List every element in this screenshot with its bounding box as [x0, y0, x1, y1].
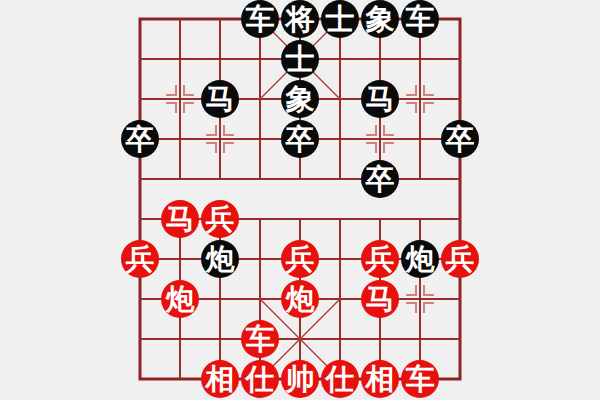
piece-red-elephant[interactable]: 相 [361, 360, 399, 398]
piece-red-rook[interactable]: 车 [241, 320, 279, 358]
piece-red-pawn[interactable]: 兵 [201, 200, 239, 238]
piece-black-rook[interactable]: 车 [241, 0, 279, 38]
piece-black-pawn[interactable]: 卒 [361, 160, 399, 198]
piece-black-elephant[interactable]: 象 [361, 0, 399, 38]
piece-red-rook[interactable]: 车 [401, 360, 439, 398]
piece-red-advisor[interactable]: 仕 [321, 360, 359, 398]
xiangqi-board: 车将士象车士马象马卒卒卒卒炮炮马兵兵兵兵兵炮炮马车相仕帅仕相车 [0, 0, 600, 400]
piece-black-king[interactable]: 将 [281, 0, 319, 38]
piece-red-pawn[interactable]: 兵 [281, 240, 319, 278]
piece-black-horse[interactable]: 马 [361, 80, 399, 118]
piece-red-pawn[interactable]: 兵 [441, 240, 479, 278]
piece-red-pawn[interactable]: 兵 [121, 240, 159, 278]
piece-red-cannon[interactable]: 炮 [161, 280, 199, 318]
piece-black-advisor[interactable]: 士 [281, 40, 319, 78]
piece-red-horse[interactable]: 马 [361, 280, 399, 318]
piece-red-elephant[interactable]: 相 [201, 360, 239, 398]
piece-red-advisor[interactable]: 仕 [241, 360, 279, 398]
piece-black-pawn[interactable]: 卒 [441, 120, 479, 158]
piece-red-king[interactable]: 帅 [281, 360, 319, 398]
piece-red-horse[interactable]: 马 [161, 200, 199, 238]
piece-red-pawn[interactable]: 兵 [361, 240, 399, 278]
piece-black-elephant[interactable]: 象 [281, 80, 319, 118]
piece-black-advisor[interactable]: 士 [321, 0, 359, 38]
piece-black-horse[interactable]: 马 [201, 80, 239, 118]
piece-black-pawn[interactable]: 卒 [281, 120, 319, 158]
piece-black-cannon[interactable]: 炮 [401, 240, 439, 278]
piece-black-rook[interactable]: 车 [401, 0, 439, 38]
piece-red-cannon[interactable]: 炮 [281, 280, 319, 318]
piece-black-cannon[interactable]: 炮 [201, 240, 239, 278]
piece-black-pawn[interactable]: 卒 [121, 120, 159, 158]
